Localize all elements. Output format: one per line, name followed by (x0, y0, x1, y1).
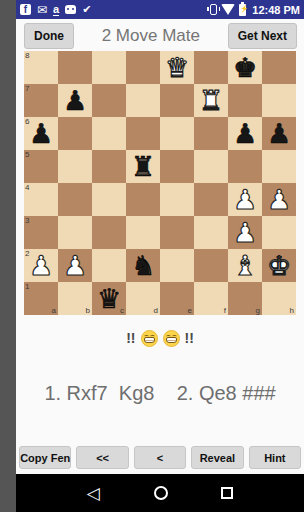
square-f3[interactable] (194, 216, 228, 249)
square-d1[interactable]: d (126, 282, 160, 315)
piece-white-queen[interactable]: ♛ (165, 51, 189, 84)
square-a7[interactable]: 7 (24, 84, 58, 117)
square-h3[interactable] (262, 216, 296, 249)
rank-label-6: 6 (25, 117, 29, 126)
rank-label-7: 7 (25, 84, 29, 93)
file-label-h: h (290, 306, 294, 315)
grinning-face-emoji (141, 330, 158, 347)
square-c6[interactable] (92, 117, 126, 150)
square-f5[interactable] (194, 150, 228, 183)
done-button[interactable]: Done (24, 23, 74, 49)
piece-white-king[interactable]: ♚ (267, 249, 291, 282)
piece-white-pawn[interactable]: ♟ (233, 216, 257, 249)
piece-black-pawn[interactable]: ♟ (267, 117, 291, 150)
recents-icon[interactable] (221, 487, 233, 499)
square-b1[interactable]: b (58, 282, 92, 315)
rank-label-5: 5 (25, 150, 29, 159)
square-a8[interactable]: 8 (24, 51, 58, 84)
get-next-button[interactable]: Get Next (228, 23, 297, 49)
piece-white-pawn[interactable]: ♟ (29, 249, 53, 282)
piece-black-queen[interactable]: ♛ (97, 282, 121, 315)
back-icon[interactable]: ◁ (87, 485, 100, 502)
hint-button[interactable]: Hint (249, 446, 301, 469)
square-g8[interactable]: ♚ (228, 51, 262, 84)
piece-white-pawn[interactable]: ♟ (233, 183, 257, 216)
square-e6[interactable] (160, 117, 194, 150)
rewind-button[interactable]: << (76, 446, 128, 469)
square-c3[interactable] (92, 216, 126, 249)
piece-black-pawn[interactable]: ♟ (63, 84, 87, 117)
page-title: 2 Move Mate (74, 26, 228, 46)
control-bar: Copy Fen << < Reveal Hint (16, 446, 304, 469)
vibrate-icon (210, 4, 217, 15)
piece-white-pawn[interactable]: ♟ (63, 249, 87, 282)
status-bar: f ✉ a ✔ 12:48 PM (16, 0, 304, 19)
square-b2[interactable]: ♟ (58, 249, 92, 282)
square-g4[interactable]: ♟ (228, 183, 262, 216)
exclamation-marks: !! (185, 330, 194, 346)
rank-label-8: 8 (25, 51, 29, 60)
square-b3[interactable] (58, 216, 92, 249)
solution-text: 1. Rxf7 Kg8 2. Qe8 ### (16, 382, 304, 405)
square-e8[interactable]: ♛ (160, 51, 194, 84)
clock: 12:48 PM (252, 4, 300, 16)
square-f6[interactable] (194, 117, 228, 150)
piece-black-knight[interactable]: ♞ (131, 249, 155, 282)
square-a5[interactable]: 5 (24, 150, 58, 183)
square-h7[interactable] (262, 84, 296, 117)
file-label-a: a (52, 306, 56, 315)
grinning-face-emoji (163, 330, 180, 347)
battery-icon (239, 4, 246, 16)
square-c4[interactable] (92, 183, 126, 216)
square-d6[interactable] (126, 117, 160, 150)
app-screen: f ✉ a ✔ 12:48 PM Done 2 Move Mate Get Ne… (16, 0, 304, 512)
square-b5[interactable] (58, 150, 92, 183)
reaction-row: !! !! (16, 328, 304, 348)
square-h2[interactable]: ♚ (262, 249, 296, 282)
square-c7[interactable] (92, 84, 126, 117)
square-e2[interactable] (160, 249, 194, 282)
square-g7[interactable] (228, 84, 262, 117)
square-d8[interactable] (126, 51, 160, 84)
file-label-g: g (256, 306, 260, 315)
file-label-c: c (120, 306, 124, 315)
copy-fen-button[interactable]: Copy Fen (19, 446, 71, 469)
step-back-button[interactable]: < (134, 446, 186, 469)
square-h6[interactable]: ♟ (262, 117, 296, 150)
wifi-icon (221, 4, 235, 15)
home-icon[interactable] (154, 486, 168, 500)
file-label-d: d (154, 306, 158, 315)
square-d2[interactable]: ♞ (126, 249, 160, 282)
piece-white-pawn[interactable]: ♟ (267, 183, 291, 216)
email-icon: ✉ (37, 4, 47, 16)
square-e1[interactable]: e (160, 282, 194, 315)
check-icon: ✔ (82, 4, 91, 15)
rank-label-3: 3 (25, 216, 29, 225)
square-c5[interactable] (92, 150, 126, 183)
square-h1[interactable]: h (262, 282, 296, 315)
square-f1[interactable]: f (194, 282, 228, 315)
square-f8[interactable] (194, 51, 228, 84)
square-d3[interactable] (126, 216, 160, 249)
system-status-icons: 12:48 PM (210, 4, 300, 16)
square-c2[interactable] (92, 249, 126, 282)
app-header: Done 2 Move Mate Get Next (16, 20, 304, 51)
piece-black-pawn[interactable]: ♟ (29, 117, 53, 150)
piece-black-pawn[interactable]: ♟ (233, 117, 257, 150)
square-g2[interactable]: ♝ (228, 249, 262, 282)
square-c8[interactable] (92, 51, 126, 84)
square-a6[interactable]: 6♟ (24, 117, 58, 150)
piece-black-rook[interactable]: ♜ (131, 150, 155, 183)
square-c1[interactable]: c♛ (92, 282, 126, 315)
notification-icons: f ✉ a ✔ (20, 4, 91, 16)
square-a4[interactable]: 4 (24, 183, 58, 216)
file-label-e: e (188, 306, 192, 315)
square-e5[interactable] (160, 150, 194, 183)
amazon-icon: a (53, 4, 59, 16)
square-a3[interactable]: 3 (24, 216, 58, 249)
square-f7[interactable]: ♜ (194, 84, 228, 117)
square-b4[interactable] (58, 183, 92, 216)
square-b6[interactable] (58, 117, 92, 150)
square-g5[interactable] (228, 150, 262, 183)
square-b7[interactable]: ♟ (58, 84, 92, 117)
piece-white-rook[interactable]: ♜ (199, 84, 223, 117)
square-d4[interactable] (126, 183, 160, 216)
square-g6[interactable]: ♟ (228, 117, 262, 150)
facebook-icon: f (20, 4, 31, 15)
square-g1[interactable]: g (228, 282, 262, 315)
square-d7[interactable] (126, 84, 160, 117)
android-nav-bar: ◁ (16, 474, 304, 512)
square-d5[interactable]: ♜ (126, 150, 160, 183)
square-e7[interactable] (160, 84, 194, 117)
piece-white-bishop[interactable]: ♝ (233, 249, 257, 282)
file-label-b: b (86, 306, 90, 315)
square-a1[interactable]: 1a (24, 282, 58, 315)
exclamation-marks: !! (126, 330, 135, 346)
square-a2[interactable]: 2♟ (24, 249, 58, 282)
piece-black-king[interactable]: ♚ (233, 51, 257, 84)
rank-label-4: 4 (25, 183, 29, 192)
square-b8[interactable] (58, 51, 92, 84)
file-label-f: f (224, 306, 226, 315)
chess-board[interactable]: 8♛♚7♟♜6♟♟♟5♜4♟♟3♟2♟♟♞♝♚1abc♛defgh (24, 51, 296, 315)
square-f4[interactable] (194, 183, 228, 216)
square-h5[interactable] (262, 150, 296, 183)
rank-label-1: 1 (25, 282, 29, 291)
square-e4[interactable] (160, 183, 194, 216)
reveal-button[interactable]: Reveal (191, 446, 243, 469)
square-g3[interactable]: ♟ (228, 216, 262, 249)
rank-label-2: 2 (25, 249, 29, 258)
square-h4[interactable]: ♟ (262, 183, 296, 216)
robot-icon (65, 5, 76, 14)
square-f2[interactable] (194, 249, 228, 282)
square-e3[interactable] (160, 216, 194, 249)
square-h8[interactable] (262, 51, 296, 84)
